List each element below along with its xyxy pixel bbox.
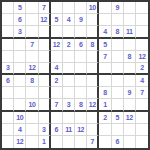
given-digit: 6 [18,16,21,23]
cell-r2c3[interactable] [26,14,38,26]
cell-r10c7[interactable] [75,112,87,124]
cell-r10c2[interactable]: 10 [14,112,26,124]
cell-r12c5[interactable] [51,136,63,148]
cell-r6c11[interactable] [124,63,136,75]
given-digit: 11 [126,28,132,35]
given-digit: 11 [65,126,71,133]
cell-r11c9[interactable] [99,124,111,136]
given-digit: 5 [103,41,106,48]
given-digit: 1 [42,138,45,145]
given-digit: 12 [53,41,60,48]
cell-r10c1[interactable] [2,112,14,124]
given-digit: 3 [6,64,9,71]
cell-r2c5[interactable]: 5 [51,14,63,26]
given-digit: 6 [79,41,82,48]
cell-r5c4[interactable] [39,51,51,63]
cell-r12c10[interactable]: 6 [112,136,124,148]
cell-r3c2[interactable]: 3 [14,26,26,38]
given-digit: 12 [40,16,47,23]
given-digit: 8 [115,28,118,35]
cell-r5c9[interactable]: 7 [99,51,111,63]
cell-r7c5[interactable]: 2 [51,75,63,87]
cell-r11c6[interactable]: 11 [63,124,75,136]
given-digit: 8 [128,53,131,60]
cell-r8c9[interactable]: 8 [99,87,111,99]
cell-r4c4[interactable] [39,39,51,51]
cell-r10c8[interactable] [87,112,99,124]
cell-r10c6[interactable] [63,112,75,124]
cell-r4c2[interactable] [14,39,26,51]
given-digit: 7 [55,101,58,108]
cell-r10c10[interactable]: 5 [112,112,124,124]
cell-r3c11[interactable]: 11 [124,26,136,38]
cell-r4c1[interactable] [2,39,14,51]
cell-r10c9[interactable]: 2 [99,112,111,124]
given-digit: 8 [103,89,106,96]
given-digit: 10 [16,114,23,121]
cell-r10c4[interactable] [39,112,51,124]
cell-r2c11[interactable] [124,14,136,26]
given-digit: 5 [115,114,118,121]
cell-r8c3[interactable] [26,87,38,99]
cell-r6c6[interactable] [63,63,75,75]
cell-r6c4[interactable] [39,63,51,75]
cell-r5c11[interactable]: 8 [124,51,136,63]
cell-r8c8[interactable] [87,87,99,99]
cell-r7c3[interactable]: 8 [26,75,38,87]
cell-r1c7[interactable] [75,2,87,14]
cell-r1c4[interactable]: 7 [39,2,51,14]
cell-r11c10[interactable] [112,124,124,136]
cell-r1c11[interactable] [124,2,136,14]
cell-r1c2[interactable]: 5 [14,2,26,14]
given-digit: 2 [55,77,58,84]
cell-r7c10[interactable] [112,75,124,87]
given-digit: 7 [103,53,106,60]
cell-r12c7[interactable] [75,136,87,148]
cell-r8c2[interactable] [14,87,26,99]
cell-r8c12[interactable]: 7 [136,87,148,99]
cell-r4c12[interactable] [136,39,148,51]
given-digit: 1 [103,101,106,108]
cell-r3c6[interactable] [63,26,75,38]
cell-r1c10[interactable]: 9 [112,2,124,14]
given-digit: 9 [128,89,131,96]
given-digit: 4 [103,28,106,35]
cell-r5c10[interactable] [112,51,124,63]
cell-r9c1[interactable] [2,99,14,111]
cell-r3c1[interactable] [2,26,14,38]
cell-r12c4[interactable]: 1 [39,136,51,148]
cell-r8c10[interactable] [112,87,124,99]
cell-r3c7[interactable] [75,26,87,38]
cell-r3c3[interactable] [26,26,38,38]
cell-r12c1[interactable] [2,136,14,148]
given-digit: 10 [29,101,36,108]
cell-r11c8[interactable] [87,124,99,136]
given-digit: 7 [42,4,45,11]
cell-r3c12[interactable] [136,26,148,38]
cell-r9c2[interactable] [14,99,26,111]
cell-r2c8[interactable] [87,14,99,26]
cell-r9c10[interactable] [112,99,124,111]
given-digit: 8 [30,77,33,84]
cell-r1c8[interactable]: 10 [87,2,99,14]
cell-r11c1[interactable] [2,124,14,136]
given-digit: 12 [126,114,133,121]
given-digit: 5 [18,4,21,11]
cell-r8c6[interactable] [63,87,75,99]
cell-r4c3[interactable]: 7 [26,39,38,51]
cell-r9c8[interactable]: 12 [87,99,99,111]
given-digit: 2 [140,64,143,71]
given-digit: 4 [140,77,143,84]
cell-r10c11[interactable]: 12 [124,112,136,124]
cell-r8c7[interactable] [75,87,87,99]
cell-r3c8[interactable] [87,26,99,38]
given-digit: 4 [55,64,58,71]
cell-r6c9[interactable] [99,63,111,75]
cell-r11c2[interactable]: 4 [14,124,26,136]
given-digit: 8 [91,41,94,48]
given-digit: 9 [79,16,82,23]
cell-r2c6[interactable]: 4 [63,14,75,26]
cell-r7c9[interactable] [99,75,111,87]
cell-r2c10[interactable] [112,14,124,26]
cell-r11c11[interactable] [124,124,136,136]
cell-r2c2[interactable]: 6 [14,14,26,26]
given-digit: 7 [30,41,33,48]
cell-r7c2[interactable] [14,75,26,87]
cell-r1c3[interactable] [26,2,38,14]
cell-r9c4[interactable] [39,99,51,111]
given-digit: 2 [67,41,70,48]
cell-r1c12[interactable] [136,2,148,14]
cell-r7c7[interactable] [75,75,87,87]
cell-r3c5[interactable] [51,26,63,38]
cell-r2c12[interactable] [136,14,148,26]
cell-r5c6[interactable] [63,51,75,63]
cell-r12c12[interactable] [136,136,148,148]
given-digit: 12 [29,64,36,71]
given-digit: 7 [91,138,94,145]
cell-r6c12[interactable]: 2 [136,63,148,75]
cell-r10c12[interactable] [136,112,148,124]
cell-r5c2[interactable] [14,51,26,63]
cell-r6c8[interactable] [87,63,99,75]
cell-r9c3[interactable]: 10 [26,99,38,111]
cell-r4c9[interactable]: 5 [99,39,111,51]
cell-r2c9[interactable] [99,14,111,26]
cell-r9c11[interactable] [124,99,136,111]
cell-r12c3[interactable] [26,136,38,148]
cell-r8c11[interactable]: 9 [124,87,136,99]
cell-r10c3[interactable] [26,112,38,124]
cell-r3c10[interactable]: 8 [112,26,124,38]
given-digit: 12 [139,53,146,60]
given-digit: 2 [103,114,106,121]
cell-r6c2[interactable] [14,63,26,75]
cell-r11c3[interactable] [26,124,38,136]
given-digit: 8 [79,101,82,108]
given-digit: 4 [18,126,21,133]
cell-r2c4[interactable]: 12 [39,14,51,26]
cell-r8c1[interactable] [2,87,14,99]
cell-r5c8[interactable] [87,51,99,63]
cell-r7c6[interactable] [63,75,75,87]
given-digit: 3 [67,101,70,108]
given-digit: 6 [115,138,118,145]
cell-r5c12[interactable]: 12 [136,51,148,63]
cell-r11c7[interactable]: 12 [75,124,87,136]
cell-r9c9[interactable]: 1 [99,99,111,111]
cell-r1c9[interactable] [99,2,111,14]
cell-r12c9[interactable] [99,136,111,148]
given-digit: 7 [140,89,143,96]
given-digit: 12 [89,101,96,108]
cell-r4c7[interactable]: 6 [75,39,87,51]
cell-r3c9[interactable]: 4 [99,26,111,38]
cell-r6c1[interactable]: 3 [2,63,14,75]
cell-r7c11[interactable] [124,75,136,87]
cell-r5c5[interactable] [51,51,63,63]
sudoku-board: 5710961254934811712268578123124268248971… [0,0,150,150]
cell-r5c1[interactable] [2,51,14,63]
cell-r3c4[interactable] [39,26,51,38]
cell-r2c7[interactable]: 9 [75,14,87,26]
cell-r12c11[interactable] [124,136,136,148]
cell-r4c5[interactable]: 12 [51,39,63,51]
cell-r4c11[interactable] [124,39,136,51]
cell-r6c7[interactable] [75,63,87,75]
given-digit: 12 [16,138,23,145]
cell-r12c8[interactable]: 7 [87,136,99,148]
cell-r4c10[interactable] [112,39,124,51]
cell-r11c5[interactable]: 6 [51,124,63,136]
cell-r6c5[interactable]: 4 [51,63,63,75]
given-digit: 10 [89,4,96,11]
cell-r5c7[interactable] [75,51,87,63]
cell-r9c12[interactable] [136,99,148,111]
given-digit: 4 [67,16,70,23]
cell-r11c4[interactable]: 3 [39,124,51,136]
cell-r1c6[interactable] [63,2,75,14]
cell-r4c8[interactable]: 8 [87,39,99,51]
given-digit: 5 [55,16,58,23]
cell-r11c12[interactable] [136,124,148,136]
cell-r8c5[interactable] [51,87,63,99]
cell-r12c6[interactable] [63,136,75,148]
given-digit: 12 [77,126,84,133]
given-digit: 6 [6,77,9,84]
cell-r6c3[interactable]: 12 [26,63,38,75]
cell-r12c2[interactable]: 12 [14,136,26,148]
cell-r9c6[interactable]: 3 [63,99,75,111]
cell-r1c5[interactable] [51,2,63,14]
cell-r9c5[interactable]: 7 [51,99,63,111]
cell-r10c5[interactable] [51,112,63,124]
given-digit: 3 [42,126,45,133]
given-digit: 9 [115,4,118,11]
cell-r7c8[interactable] [87,75,99,87]
cell-r9c7[interactable]: 8 [75,99,87,111]
cell-r1c1[interactable] [2,2,14,14]
cell-r2c1[interactable] [2,14,14,26]
cell-r5c3[interactable] [26,51,38,63]
cell-r7c12[interactable]: 4 [136,75,148,87]
cell-r8c4[interactable] [39,87,51,99]
cell-r6c10[interactable] [112,63,124,75]
cell-r7c4[interactable] [39,75,51,87]
given-digit: 3 [18,28,21,35]
given-digit: 6 [55,126,58,133]
cell-r7c1[interactable]: 6 [2,75,14,87]
cell-r4c6[interactable]: 2 [63,39,75,51]
